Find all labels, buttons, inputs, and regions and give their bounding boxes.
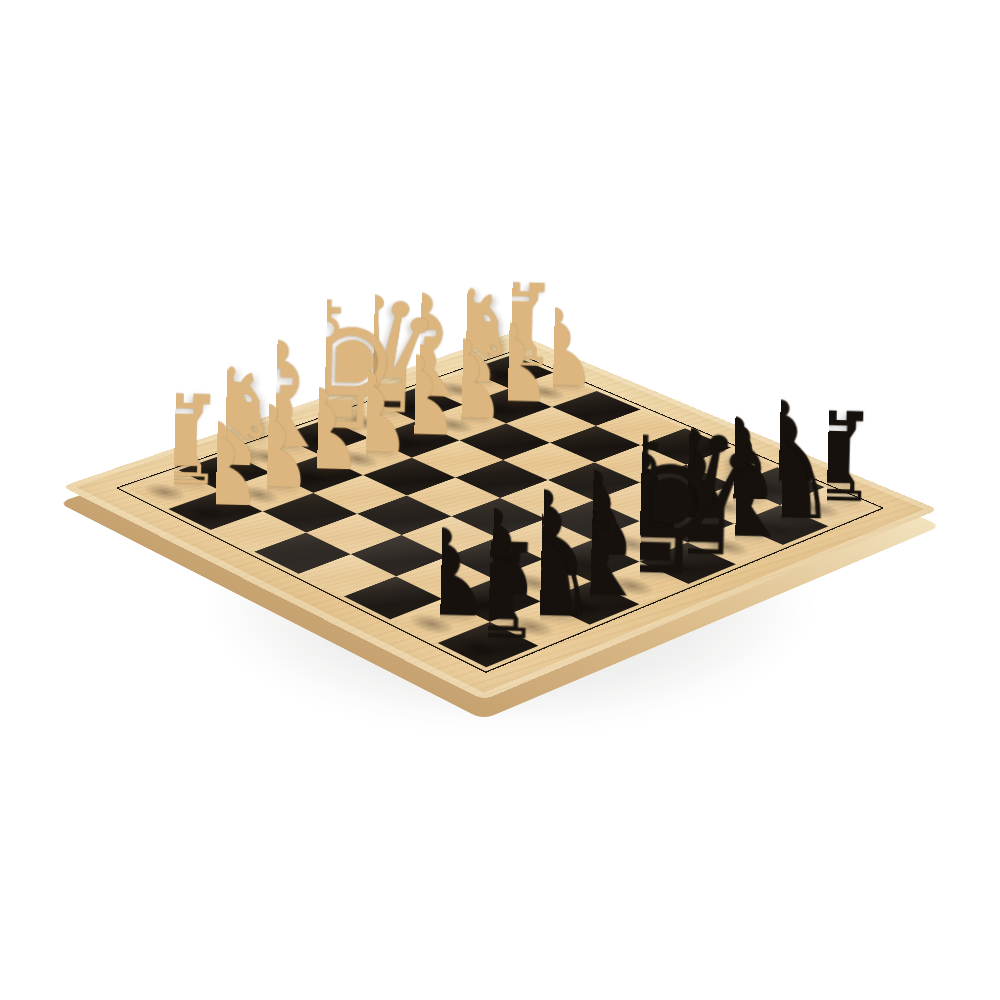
board-frame-line: ♜♟♟♜♞♟♟♞♝♟♟♝♛♟♟♛♚♟♟♚♝♟♟♝♞♟♟♞♜♟♟♜ xyxy=(115,351,884,673)
chess-board: ♜♟♟♜♞♟♟♞♝♟♟♝♛♟♟♛♚♟♟♚♝♟♟♝♞♟♟♞♜♟♟♜ xyxy=(62,332,939,700)
piece-black-rook-h8[interactable]: ♜ xyxy=(488,526,491,658)
board-wood-margin: ♜♟♟♜♞♟♟♞♝♟♟♝♛♟♟♛♚♟♟♚♝♟♟♝♞♟♟♞♜♟♟♜ xyxy=(62,332,939,700)
square-h8[interactable]: ♜ xyxy=(438,622,539,667)
piece-white-pawn-h2[interactable]: ♟ xyxy=(215,408,218,521)
pawn-icon: ♟ xyxy=(165,407,269,523)
board-grid: ♜♟♟♜♞♟♟♞♝♟♟♝♛♟♟♛♚♟♟♚♝♟♟♝♞♟♟♞♜♟♟♜ xyxy=(127,355,873,667)
product-photo-stage: ♜♟♟♜♞♟♟♞♝♟♟♝♛♟♟♛♚♟♟♚♝♟♟♝♞♟♟♞♜♟♟♜ xyxy=(0,0,1000,1000)
perspective-scene: ♜♟♟♜♞♟♟♞♝♟♟♝♛♟♟♛♚♟♟♚♝♟♟♝♞♟♟♞♜♟♟♜ xyxy=(0,0,1000,1000)
rook-icon: ♜ xyxy=(429,524,550,659)
